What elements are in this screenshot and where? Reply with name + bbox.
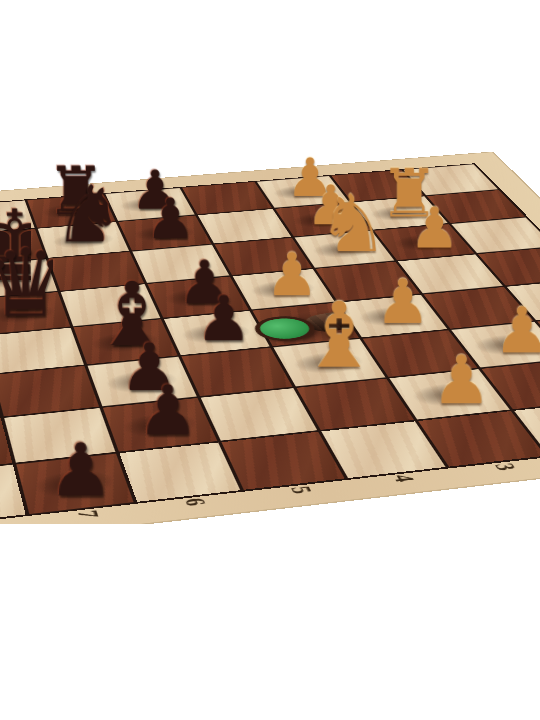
square-c4[interactable]: ♝ [273, 339, 386, 386]
chess-set-photo: ♜♟♟♞♟♟♜♚♞♟♛♟♟♝♟♟♟♝♟♟♟♟ 87654321 [0, 0, 540, 720]
dark-queen-e7[interactable]: ♛ [0, 239, 68, 328]
square-e7[interactable]: ♛ [0, 292, 70, 335]
light-knight-f3[interactable]: ♞ [318, 187, 389, 263]
board-grid: ♜♟♟♞♟♟♜♚♞♟♛♟♟♝♟♟♟♝♟♟♟♟ [0, 163, 540, 529]
square-f2[interactable]: ♟ [374, 224, 475, 260]
light-pawn-b3[interactable]: ♟ [432, 349, 492, 413]
light-pawn-d3[interactable]: ♟ [376, 273, 431, 331]
light-pawn-f2[interactable]: ♟ [409, 201, 459, 254]
square-a5[interactable] [221, 432, 344, 490]
square-b5[interactable] [201, 388, 317, 441]
square-a4[interactable] [321, 422, 446, 479]
photo-white-matte [0, 524, 540, 720]
dark-pawn-d5[interactable]: ♟ [196, 289, 252, 348]
square-a7[interactable]: ♟ [16, 454, 134, 514]
square-c7[interactable] [0, 366, 99, 416]
light-bishop-c4[interactable]: ♝ [298, 293, 379, 379]
dark-pawn-b6[interactable]: ♟ [136, 378, 198, 444]
dark-pawn-a7[interactable]: ♟ [48, 436, 114, 505]
light-pawn-c2[interactable]: ♟ [493, 300, 540, 360]
chess-board: ♜♟♟♞♟♟♜♚♞♟♛♟♟♝♟♟♟♝♟♟♟♟ 87654321 [0, 152, 540, 556]
square-e1[interactable] [478, 247, 540, 285]
square-a6[interactable] [120, 443, 240, 502]
dark-pawn-g5[interactable]: ♟ [146, 193, 196, 246]
